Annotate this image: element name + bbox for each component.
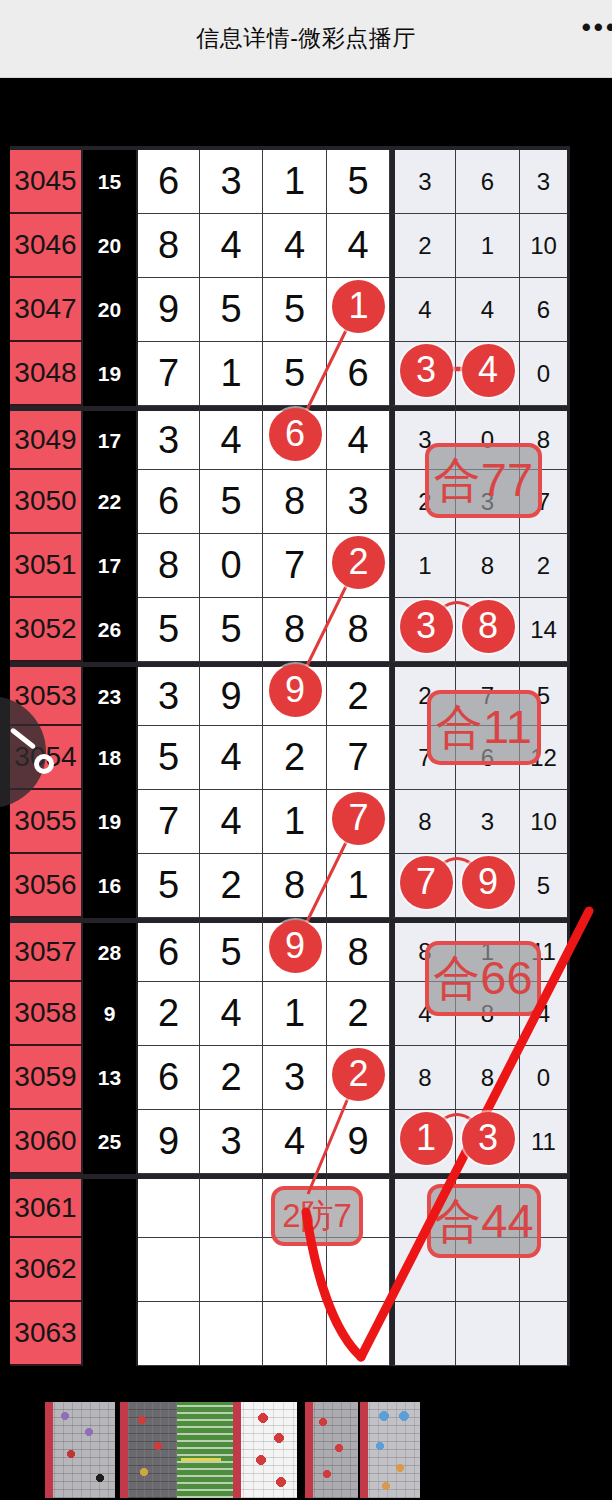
sum-cell: 20 bbox=[83, 278, 138, 342]
thumb-red-column bbox=[360, 1402, 368, 1498]
circled-number: 9 bbox=[269, 664, 322, 717]
stat-cell: 8 bbox=[390, 790, 456, 854]
digit-cell: 4 bbox=[327, 406, 390, 470]
digit-cell: 2 bbox=[200, 854, 263, 918]
digit-cell: 7 bbox=[327, 726, 390, 790]
stat-cell: 14 bbox=[520, 598, 570, 662]
digit-cell bbox=[138, 1174, 200, 1238]
digit-cell: 8 bbox=[138, 534, 200, 598]
circled-number: 3 bbox=[400, 344, 453, 397]
sum-cell: 28 bbox=[83, 918, 138, 982]
period-cell: 3055 bbox=[10, 790, 83, 854]
circled-number: 1 bbox=[400, 1112, 453, 1165]
digit-cell bbox=[200, 1302, 263, 1366]
chart-thumbnail-4[interactable] bbox=[233, 1402, 297, 1498]
digit-cell: 6 bbox=[138, 1046, 200, 1110]
digit-cell: 9 bbox=[138, 278, 200, 342]
stat-cell: 3 bbox=[390, 150, 456, 214]
stat-cell bbox=[456, 1302, 520, 1366]
chart-thumbnail-1[interactable] bbox=[45, 1402, 115, 1498]
thumb-red-column bbox=[305, 1402, 313, 1498]
annotation-box: 合11 bbox=[427, 690, 541, 765]
stat-cell: 8 bbox=[456, 1046, 520, 1110]
digit-cell: 5 bbox=[200, 918, 263, 982]
period-cell: 3049 bbox=[10, 406, 83, 470]
stat-cell: 10 bbox=[520, 790, 570, 854]
stat-cell bbox=[390, 1302, 456, 1366]
circled-number: 6 bbox=[269, 408, 322, 461]
period-cell: 3061 bbox=[10, 1174, 83, 1238]
digit-cell: 3 bbox=[263, 1046, 327, 1110]
digit-cell: 3 bbox=[327, 470, 390, 534]
header-bar: 信息详情-微彩点播厅 ••• bbox=[0, 0, 612, 78]
digit-cell bbox=[327, 1238, 390, 1302]
chart-thumbnail-2[interactable] bbox=[120, 1402, 177, 1498]
period-cell: 3059 bbox=[10, 1046, 83, 1110]
circled-number: 8 bbox=[462, 600, 515, 653]
digit-cell: 4 bbox=[200, 726, 263, 790]
period-cell: 3058 bbox=[10, 982, 83, 1046]
digit-cell: 1 bbox=[200, 342, 263, 406]
digit-cell: 6 bbox=[138, 150, 200, 214]
digit-cell: 5 bbox=[263, 278, 327, 342]
digit-cell bbox=[200, 1174, 263, 1238]
digit-cell: 1 bbox=[263, 790, 327, 854]
annotation-box: 2防7 bbox=[271, 1186, 363, 1246]
digit-cell: 4 bbox=[327, 214, 390, 278]
digit-cell: 2 bbox=[200, 1046, 263, 1110]
digit-cell: 8 bbox=[138, 214, 200, 278]
circled-number: 7 bbox=[400, 856, 453, 909]
period-cell: 3051 bbox=[10, 534, 83, 598]
thumb-red-column bbox=[120, 1402, 128, 1498]
page-title: 信息详情-微彩点播厅 bbox=[0, 0, 612, 77]
thumb-red-column bbox=[45, 1402, 53, 1498]
sum-cell bbox=[83, 1238, 138, 1302]
stat-cell: 4 bbox=[456, 278, 520, 342]
sum-cell: 9 bbox=[83, 982, 138, 1046]
digit-cell bbox=[263, 1302, 327, 1366]
sum-cell bbox=[83, 1174, 138, 1238]
digit-cell: 8 bbox=[327, 918, 390, 982]
digit-cell: 9 bbox=[327, 1110, 390, 1174]
magnifier-handle-icon bbox=[10, 727, 37, 749]
digit-cell: 4 bbox=[200, 406, 263, 470]
magnifier-icon bbox=[34, 754, 54, 774]
stat-cell bbox=[520, 1302, 570, 1366]
stat-cell: 5 bbox=[520, 854, 570, 918]
sum-cell: 23 bbox=[83, 662, 138, 726]
digit-cell: 1 bbox=[263, 150, 327, 214]
annotation-box: 合66 bbox=[425, 941, 541, 1016]
sum-cell: 16 bbox=[83, 854, 138, 918]
circled-number: 1 bbox=[332, 280, 385, 333]
digit-cell: 6 bbox=[327, 342, 390, 406]
digit-cell: 5 bbox=[200, 278, 263, 342]
digit-cell: 2 bbox=[327, 982, 390, 1046]
period-cell: 3062 bbox=[10, 1238, 83, 1302]
digit-cell: 5 bbox=[200, 470, 263, 534]
circled-number: 3 bbox=[462, 1112, 515, 1165]
sum-cell: 13 bbox=[83, 1046, 138, 1110]
circled-number: 9 bbox=[462, 856, 515, 909]
digit-cell: 5 bbox=[263, 342, 327, 406]
digit-cell: 4 bbox=[200, 982, 263, 1046]
digit-cell: 3 bbox=[200, 1110, 263, 1174]
period-cell: 3048 bbox=[10, 342, 83, 406]
sum-cell: 18 bbox=[83, 726, 138, 790]
digit-cell: 7 bbox=[263, 534, 327, 598]
stat-cell: 1 bbox=[456, 214, 520, 278]
digit-cell: 4 bbox=[263, 1110, 327, 1174]
sum-cell: 17 bbox=[83, 406, 138, 470]
digit-cell: 3 bbox=[138, 406, 200, 470]
stat-cell: 3 bbox=[520, 150, 570, 214]
thumb-red-column bbox=[233, 1402, 241, 1498]
digit-cell: 8 bbox=[327, 598, 390, 662]
stat-cell: 6 bbox=[456, 150, 520, 214]
sum-cell: 17 bbox=[83, 534, 138, 598]
digit-cell: 8 bbox=[263, 470, 327, 534]
circled-number: 2 bbox=[332, 536, 385, 589]
digit-cell: 2 bbox=[327, 662, 390, 726]
digit-cell: 4 bbox=[200, 214, 263, 278]
chart-thumbnail-6[interactable] bbox=[360, 1402, 420, 1498]
sum-cell: 19 bbox=[83, 342, 138, 406]
stat-cell: 0 bbox=[520, 342, 570, 406]
digit-cell: 4 bbox=[263, 214, 327, 278]
digit-cell: 1 bbox=[327, 854, 390, 918]
sum-cell: 26 bbox=[83, 598, 138, 662]
stat-cell: 2 bbox=[390, 214, 456, 278]
digit-cell: 8 bbox=[263, 598, 327, 662]
stat-cell: 8 bbox=[456, 534, 520, 598]
digit-cell bbox=[138, 1238, 200, 1302]
digit-cell bbox=[327, 1302, 390, 1366]
circled-number: 4 bbox=[462, 344, 515, 397]
digit-cell: 0 bbox=[200, 534, 263, 598]
digit-cell: 6 bbox=[138, 470, 200, 534]
sum-cell: 25 bbox=[83, 1110, 138, 1174]
annotation-box: 合44 bbox=[427, 1184, 541, 1258]
digit-cell: 9 bbox=[200, 662, 263, 726]
stat-cell: 6 bbox=[520, 278, 570, 342]
sum-cell: 20 bbox=[83, 214, 138, 278]
stat-cell: 3 bbox=[456, 790, 520, 854]
chart-thumbnail-3[interactable] bbox=[177, 1402, 233, 1498]
digit-cell: 3 bbox=[138, 662, 200, 726]
digit-cell bbox=[138, 1302, 200, 1366]
stat-cell: 0 bbox=[520, 1046, 570, 1110]
period-cell: 3063 bbox=[10, 1302, 83, 1366]
sum-cell: 22 bbox=[83, 470, 138, 534]
circled-number: 7 bbox=[332, 792, 385, 845]
stat-cell: 4 bbox=[390, 278, 456, 342]
sum-cell: 15 bbox=[83, 150, 138, 214]
circled-number: 3 bbox=[400, 600, 453, 653]
digit-cell bbox=[263, 1238, 327, 1302]
digit-cell: 5 bbox=[138, 726, 200, 790]
period-cell: 3057 bbox=[10, 918, 83, 982]
digit-cell bbox=[200, 1238, 263, 1302]
digit-cell: 3 bbox=[200, 150, 263, 214]
period-cell: 3045 bbox=[10, 150, 83, 214]
digit-cell: 5 bbox=[138, 598, 200, 662]
circled-number: 9 bbox=[269, 920, 322, 973]
digit-cell: 4 bbox=[200, 790, 263, 854]
chart-thumbnail-5[interactable] bbox=[305, 1402, 358, 1498]
digit-cell: 6 bbox=[138, 918, 200, 982]
stat-cell: 8 bbox=[390, 1046, 456, 1110]
sum-cell bbox=[83, 1302, 138, 1366]
stat-cell: 11 bbox=[520, 1110, 570, 1174]
digit-cell: 8 bbox=[263, 854, 327, 918]
annotation-box: 合77 bbox=[425, 443, 542, 518]
period-cell: 3047 bbox=[10, 278, 83, 342]
digit-cell: 2 bbox=[138, 982, 200, 1046]
period-cell: 3056 bbox=[10, 854, 83, 918]
period-cell: 3052 bbox=[10, 598, 83, 662]
stat-cell: 2 bbox=[520, 534, 570, 598]
circled-number: 2 bbox=[332, 1048, 385, 1101]
stat-cell: 10 bbox=[520, 214, 570, 278]
period-cell: 3046 bbox=[10, 214, 83, 278]
digit-cell: 1 bbox=[263, 982, 327, 1046]
more-menu-button[interactable]: ••• bbox=[582, 14, 612, 40]
stat-cell: 1 bbox=[390, 534, 456, 598]
digit-cell: 2 bbox=[263, 726, 327, 790]
period-cell: 3050 bbox=[10, 470, 83, 534]
digit-cell: 5 bbox=[327, 150, 390, 214]
digit-cell: 7 bbox=[138, 342, 200, 406]
digit-cell: 7 bbox=[138, 790, 200, 854]
sum-cell: 19 bbox=[83, 790, 138, 854]
period-cell: 3060 bbox=[10, 1110, 83, 1174]
digit-cell: 5 bbox=[138, 854, 200, 918]
digit-cell: 9 bbox=[138, 1110, 200, 1174]
digit-cell: 5 bbox=[200, 598, 263, 662]
